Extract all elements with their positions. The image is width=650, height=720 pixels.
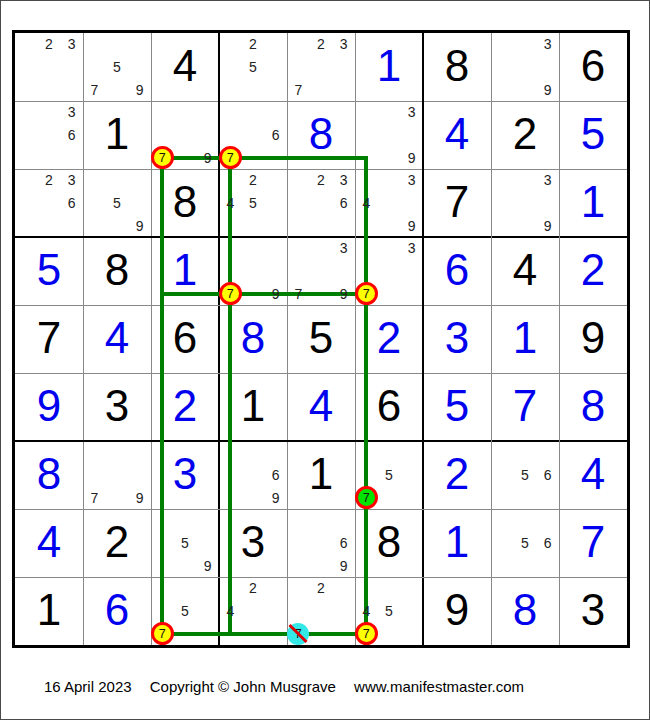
solved-digit: 4: [559, 441, 627, 509]
candidate-digit: 9: [536, 78, 559, 101]
chain-node-r2c4: 7: [219, 146, 242, 169]
candidate-digit: 4: [355, 600, 378, 623]
candidate-digit: 7: [287, 78, 310, 101]
given-digit: 7: [423, 169, 491, 237]
candidate-digit: 3: [400, 169, 423, 192]
solved-digit: 9: [15, 373, 83, 441]
candidate-digit: 6: [264, 124, 287, 147]
candidate-digit: 3: [332, 33, 355, 56]
candidate-digit: 9: [332, 282, 355, 305]
cell-r3c8: 39: [491, 169, 559, 237]
cell-r3c5: 236: [287, 169, 355, 237]
given-digit: 9: [559, 305, 627, 373]
given-digit: 8: [355, 509, 423, 577]
candidate-digit: 9: [128, 78, 151, 101]
solved-digit: 8: [287, 101, 355, 169]
solved-digit: 2: [423, 441, 491, 509]
cell-r1c8: 39: [491, 33, 559, 101]
solved-digit: 4: [15, 509, 83, 577]
cell-r2c5: 8: [287, 101, 355, 169]
candidate-digit: 5: [174, 600, 197, 623]
cell-r8c5: 69: [287, 509, 355, 577]
cell-r5c7: 3: [423, 305, 491, 373]
given-digit: 1: [15, 577, 83, 645]
candidate-digit: 6: [60, 192, 83, 215]
given-digit: 7: [15, 305, 83, 373]
cell-r8c6: 8: [355, 509, 423, 577]
solved-digit: 4: [287, 373, 355, 441]
solved-digit: 4: [83, 305, 151, 373]
cell-r9c8: 8: [491, 577, 559, 645]
candidate-digit: 2: [310, 33, 333, 56]
candidate-digit: 5: [514, 464, 537, 487]
solved-digit: 1: [151, 237, 219, 305]
cell-r8c9: 7: [559, 509, 627, 577]
chain-node-r4c4: 7: [219, 282, 242, 305]
candidate-digit: 7: [287, 282, 310, 305]
node-digit: 7: [363, 627, 370, 641]
cell-r1c6: 1: [355, 33, 423, 101]
node-digit: 7: [159, 151, 166, 165]
cell-r4c2: 8: [83, 237, 151, 305]
solved-digit: 8: [15, 441, 83, 509]
given-digit: 6: [151, 305, 219, 373]
candidate-digit: 2: [242, 169, 265, 192]
candidate-digit: 6: [332, 532, 355, 555]
candidate-digit: 5: [378, 464, 401, 487]
cell-r1c9: 6: [559, 33, 627, 101]
cell-r1c7: 8: [423, 33, 491, 101]
cell-r2c1: 36: [15, 101, 83, 169]
candidate-digit: 9: [400, 214, 423, 237]
chain-node-r7c6: 7: [355, 486, 378, 509]
node-digit: 7: [363, 491, 370, 505]
given-digit: 6: [559, 33, 627, 101]
given-digit: 3: [83, 373, 151, 441]
candidate-digit: 2: [38, 169, 61, 192]
candidate-digit: 2: [242, 577, 265, 600]
candidate-digit: 6: [332, 192, 355, 215]
cell-r3c2: 59: [83, 169, 151, 237]
candidate-digit: 3: [536, 33, 559, 56]
given-digit: 8: [83, 237, 151, 305]
given-digit: 1: [287, 441, 355, 509]
cell-r9c1: 1: [15, 577, 83, 645]
cell-r3c7: 7: [423, 169, 491, 237]
cell-r6c3: 2: [151, 373, 219, 441]
solved-digit: 1: [491, 305, 559, 373]
solved-digit: 7: [491, 373, 559, 441]
given-digit: 1: [219, 373, 287, 441]
node-digit: 7: [363, 287, 370, 301]
footer-website: www.manifestmaster.com: [354, 678, 524, 695]
given-digit: 1: [83, 101, 151, 169]
candidate-digit: 3: [536, 169, 559, 192]
solved-digit: 5: [559, 101, 627, 169]
solved-digit: 3: [423, 305, 491, 373]
cell-r4c9: 2: [559, 237, 627, 305]
candidate-digit: 5: [242, 192, 265, 215]
sudoku-board: 2357942523718396361968394252365982452363…: [12, 30, 630, 648]
candidate-digit: 9: [196, 146, 219, 169]
node-digit: 7: [159, 627, 166, 641]
candidate-digit: 5: [106, 192, 129, 215]
cell-r5c6: 2: [355, 305, 423, 373]
cell-r7c5: 1: [287, 441, 355, 509]
candidate-digit: 7: [83, 486, 106, 509]
candidate-digit: 3: [400, 101, 423, 124]
given-digit: 2: [83, 509, 151, 577]
given-digit: 8: [151, 169, 219, 237]
cell-r8c1: 4: [15, 509, 83, 577]
cell-r6c7: 5: [423, 373, 491, 441]
candidate-digit: 6: [536, 464, 559, 487]
cell-r2c9: 5: [559, 101, 627, 169]
solved-digit: 4: [423, 101, 491, 169]
cell-r6c5: 4: [287, 373, 355, 441]
given-digit: 4: [151, 33, 219, 101]
chain-node-r4c6: 7: [355, 282, 378, 305]
cell-r7c7: 2: [423, 441, 491, 509]
footer-date: 16 April 2023: [44, 678, 132, 695]
cell-r8c4: 3: [219, 509, 287, 577]
candidate-digit: 9: [128, 214, 151, 237]
cell-r6c1: 9: [15, 373, 83, 441]
candidate-digit: 9: [400, 146, 423, 169]
given-digit: 4: [491, 237, 559, 305]
cell-r8c7: 1: [423, 509, 491, 577]
cell-r2c8: 2: [491, 101, 559, 169]
given-digit: 3: [219, 509, 287, 577]
candidate-digit: 3: [60, 101, 83, 124]
candidate-digit: 6: [60, 124, 83, 147]
candidate-digit: 6: [264, 464, 287, 487]
cell-r6c8: 7: [491, 373, 559, 441]
cell-r1c1: 23: [15, 33, 83, 101]
page: 2357942523718396361968394252365982452363…: [0, 0, 650, 720]
candidate-digit: 4: [219, 600, 242, 623]
cell-r9c2: 6: [83, 577, 151, 645]
cell-r5c2: 4: [83, 305, 151, 373]
cell-r5c3: 6: [151, 305, 219, 373]
cell-r1c4: 25: [219, 33, 287, 101]
given-digit: 5: [287, 305, 355, 373]
cell-r3c3: 8: [151, 169, 219, 237]
cell-r2c2: 1: [83, 101, 151, 169]
cell-r7c9: 4: [559, 441, 627, 509]
chain-node-r2c3: 7: [151, 146, 174, 169]
node-digit: 7: [227, 287, 234, 301]
candidate-digit: 3: [60, 33, 83, 56]
cell-r6c6: 6: [355, 373, 423, 441]
chain-line-horizontal-row9: [160, 632, 368, 636]
solved-digit: 3: [151, 441, 219, 509]
solved-digit: 2: [151, 373, 219, 441]
footer: 16 April 2023 Copyright © John Musgrave …: [44, 678, 538, 695]
solved-digit: 5: [423, 373, 491, 441]
candidate-digit: 3: [332, 237, 355, 260]
solved-digit: 6: [423, 237, 491, 305]
candidate-digit: 5: [174, 532, 197, 555]
given-digit: 2: [491, 101, 559, 169]
cell-r5c9: 9: [559, 305, 627, 373]
candidate-digit: 9: [264, 486, 287, 509]
cell-r5c8: 1: [491, 305, 559, 373]
candidate-digit: 6: [536, 532, 559, 555]
candidate-digit: 5: [514, 532, 537, 555]
cell-r9c7: 9: [423, 577, 491, 645]
cell-r7c3: 3: [151, 441, 219, 509]
candidate-digit: 3: [332, 169, 355, 192]
cell-r4c1: 5: [15, 237, 83, 305]
given-digit: 9: [423, 577, 491, 645]
candidate-digit: 2: [38, 33, 61, 56]
cell-r6c2: 3: [83, 373, 151, 441]
candidate-digit: 5: [106, 56, 129, 79]
cell-r5c5: 5: [287, 305, 355, 373]
candidate-digit: 5: [378, 600, 401, 623]
solved-digit: 1: [355, 33, 423, 101]
cell-r4c3: 1: [151, 237, 219, 305]
cell-r1c3: 4: [151, 33, 219, 101]
candidate-digit: 2: [242, 33, 265, 56]
cell-r3c9: 1: [559, 169, 627, 237]
candidate-digit: 9: [128, 486, 151, 509]
solved-digit: 1: [559, 169, 627, 237]
node-digit: 7: [227, 151, 234, 165]
cell-r4c8: 4: [491, 237, 559, 305]
cell-r5c1: 7: [15, 305, 83, 373]
candidate-digit: 9: [264, 282, 287, 305]
solved-digit: 7: [559, 509, 627, 577]
candidate-digit: 3: [60, 169, 83, 192]
solved-digit: 8: [559, 373, 627, 441]
candidate-digit: 2: [310, 577, 333, 600]
candidate-digit: 9: [536, 214, 559, 237]
candidate-digit: 4: [219, 192, 242, 215]
cell-r3c1: 236: [15, 169, 83, 237]
solved-digit: 1: [423, 509, 491, 577]
candidate-digit: 3: [400, 237, 423, 260]
given-digit: 8: [423, 33, 491, 101]
cell-r8c8: 56: [491, 509, 559, 577]
candidate-digit: 9: [332, 554, 355, 577]
cell-r6c4: 1: [219, 373, 287, 441]
candidate-digit: 7: [83, 78, 106, 101]
candidate-digit: 5: [242, 56, 265, 79]
given-digit: 3: [559, 577, 627, 645]
solved-digit: 6: [83, 577, 151, 645]
solved-digit: 8: [491, 577, 559, 645]
chain-node-r9c3: 7: [151, 622, 174, 645]
footer-copyright: Copyright © John Musgrave: [150, 678, 336, 695]
chain-node-r9c6: 7: [355, 622, 378, 645]
cell-r1c2: 579: [83, 33, 151, 101]
cell-r7c2: 79: [83, 441, 151, 509]
cell-r4c7: 6: [423, 237, 491, 305]
cell-r2c7: 4: [423, 101, 491, 169]
candidate-digit: 9: [196, 554, 219, 577]
cell-r7c8: 56: [491, 441, 559, 509]
chain-node-r9c5: 7: [287, 623, 309, 645]
cell-r6c9: 8: [559, 373, 627, 441]
solved-digit: 2: [559, 237, 627, 305]
solved-digit: 2: [355, 305, 423, 373]
cell-r8c2: 2: [83, 509, 151, 577]
cell-r5c4: 8: [219, 305, 287, 373]
cell-r1c5: 237: [287, 33, 355, 101]
cell-r9c9: 3: [559, 577, 627, 645]
solved-digit: 5: [15, 237, 83, 305]
candidate-digit: 4: [355, 192, 378, 215]
solved-digit: 8: [219, 305, 287, 373]
given-digit: 6: [355, 373, 423, 441]
cell-r7c1: 8: [15, 441, 83, 509]
candidate-digit: 2: [310, 169, 333, 192]
